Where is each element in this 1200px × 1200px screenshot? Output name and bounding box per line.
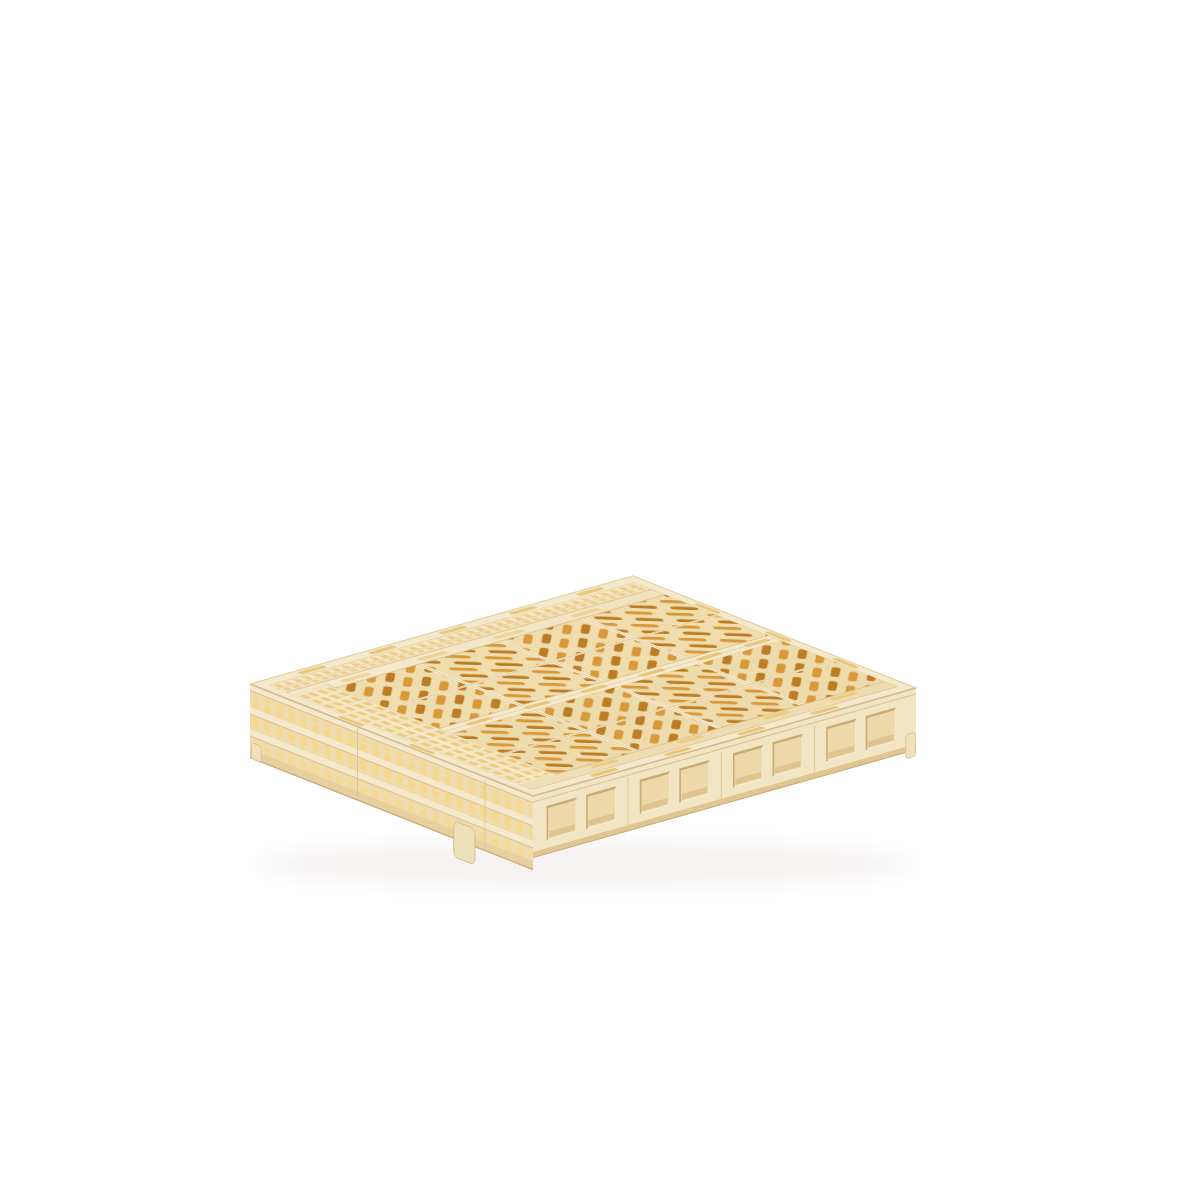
product-photo-canvas [0,0,1200,1200]
crate-foot-tab [906,732,916,759]
ground-shadow [260,840,910,888]
folded-crate-illustration [0,0,1200,1200]
